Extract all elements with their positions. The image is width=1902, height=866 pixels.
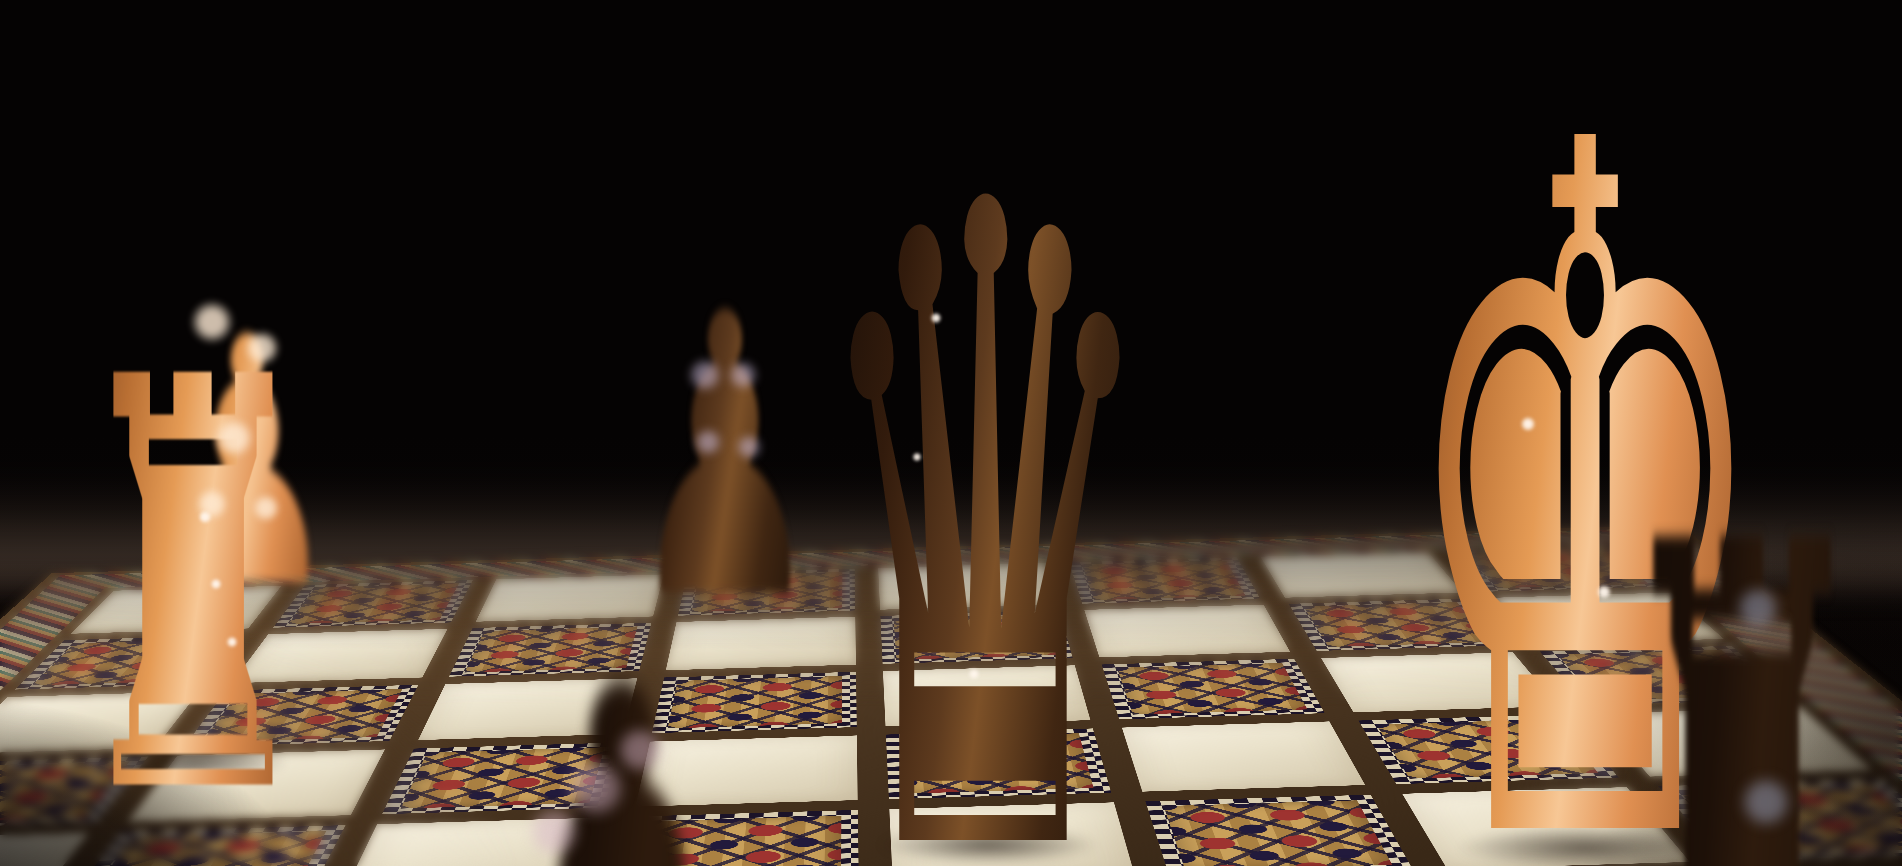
square-f4	[1146, 795, 1413, 866]
black-pawn-foreground-piece[interactable]: ♟	[440, 598, 804, 866]
black-rook-piece[interactable]: ♜	[1601, 455, 1883, 866]
mosaic-inlay	[1164, 800, 1392, 866]
black-queen-piece[interactable]: ♛	[806, 92, 1163, 866]
white-rook-piece[interactable]: ♜	[66, 306, 319, 866]
chess-photo-scene: ♟ ♟ ♜ ♛ ♚ ♜ ♟	[0, 0, 1902, 866]
